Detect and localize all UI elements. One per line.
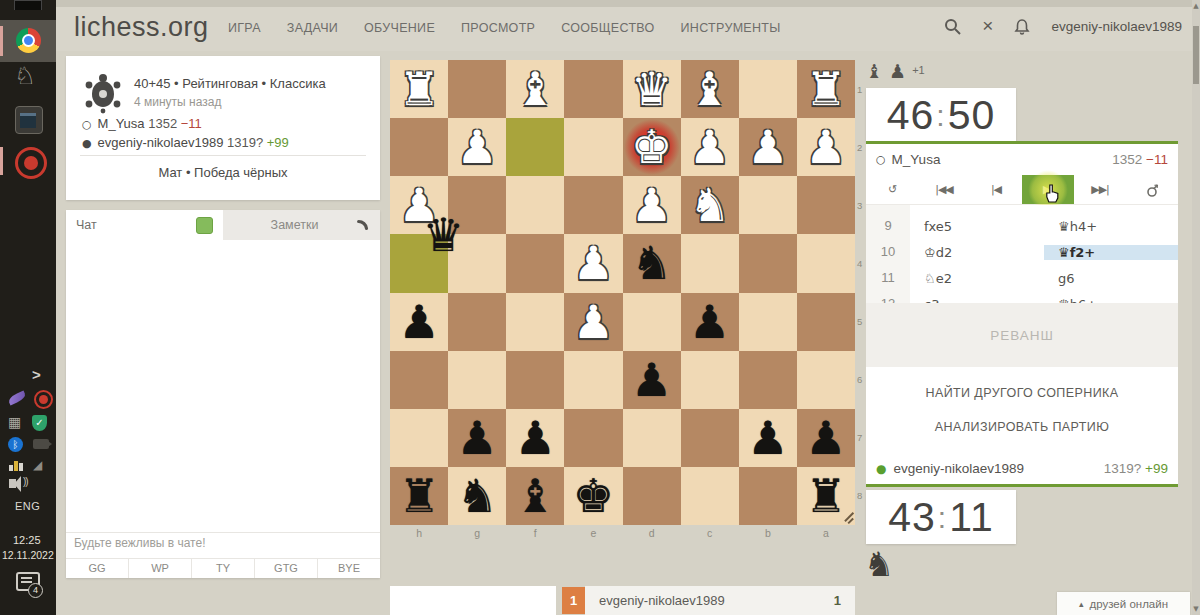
black-piece-e8[interactable]: ♚ (573, 467, 614, 525)
black-move[interactable]: c6 (1044, 205, 1178, 208)
opponent-clock: 46:50 (866, 88, 1016, 142)
flip-board-button[interactable]: ↺ (866, 175, 918, 204)
last-move-button[interactable]: ▶▶| (1074, 175, 1126, 204)
square-b8[interactable] (739, 467, 797, 525)
white-piece-c2[interactable]: ♟ (689, 118, 730, 176)
square-b6[interactable] (739, 351, 797, 409)
white-piece-a2[interactable]: ♟ (805, 118, 846, 176)
tray-expand-icon[interactable]: > (32, 366, 41, 383)
white-piece-g2[interactable]: ♟ (457, 118, 498, 176)
bluetooth-icon[interactable]: ᛒ (8, 437, 23, 452)
square-e4[interactable]: ♟ (564, 234, 622, 292)
black-player-rating: 1319? (227, 135, 263, 150)
black-move[interactable]: ♛h4+ (1044, 219, 1178, 234)
opponent-name[interactable]: M_Yusa (892, 152, 1113, 167)
nav-learn[interactable]: ОБУЧЕНИЕ (364, 21, 435, 35)
square-f6[interactable] (506, 351, 564, 409)
material-score: +1 (912, 64, 925, 76)
file-label-c: c (681, 527, 739, 539)
chess-board[interactable]: ♜♝♛♝♜♟♚♟♟♟♟♟♞♟♞♟♟♟♟♟♟♟♟♜♞♝♚♜ (390, 60, 855, 525)
captured-pawn-icon: ♟ (889, 60, 906, 82)
square-d5[interactable] (623, 293, 681, 351)
move-row: 10 ♔d2 ♛f2+ (866, 239, 1178, 265)
square-e6[interactable] (564, 351, 622, 409)
chrome-icon[interactable] (16, 28, 41, 53)
square-f5[interactable] (506, 293, 564, 351)
black-piece-h5[interactable]: ♟ (398, 293, 439, 351)
square-h2[interactable] (390, 118, 448, 176)
square-a4[interactable] (797, 234, 855, 292)
scroll-down-arrow[interactable]: ▼ (1192, 605, 1200, 613)
square-c5[interactable]: ♟ (681, 293, 739, 351)
file-label-d: d (623, 527, 681, 539)
tab-chat-label: Чат (76, 218, 97, 232)
square-a6[interactable] (797, 351, 855, 409)
classical-turtle-icon (82, 74, 124, 114)
white-move[interactable]: ♗b5+ (910, 205, 1044, 208)
black-piece-a8[interactable]: ♜ (805, 467, 846, 525)
move-list[interactable]: 8 ♗b5+ c6 9 fxe5 ♛h4+ 10 ♔d2 ♛f2+ 11 ♘e2… (866, 205, 1178, 303)
clock-time: 12:25 (13, 534, 41, 546)
page-scrollbar[interactable]: ▲ ▼ (1192, 0, 1200, 615)
black-piece-c5[interactable]: ♟ (689, 293, 730, 351)
knight-icon: ♞ (864, 544, 894, 584)
move-row: 12 c3 ♛b6+ (866, 291, 1178, 303)
square-f4[interactable] (506, 234, 564, 292)
file-label-e: e (564, 527, 622, 539)
black-piece-b7[interactable]: ♟ (747, 409, 788, 467)
square-g6[interactable] (448, 351, 506, 409)
accent-bar (0, 26, 3, 56)
notification-badge: 4 (28, 583, 43, 598)
square-b5[interactable] (739, 293, 797, 351)
game-time-ago: 4 минуты назад (134, 95, 221, 109)
square-f8[interactable]: ♝ (506, 467, 564, 525)
black-player-name[interactable]: evgeniy-nikolaev1989 (98, 135, 224, 150)
captured-bishop-icon: ♝ (866, 60, 883, 82)
white-piece-c1[interactable]: ♝ (689, 60, 730, 118)
top-strip (56, 0, 1200, 7)
square-d1[interactable]: ♛ (623, 60, 681, 118)
square-e2[interactable] (564, 118, 622, 176)
square-b2[interactable]: ♟ (739, 118, 797, 176)
white-piece-b2[interactable]: ♟ (747, 118, 788, 176)
black-piece-g8[interactable]: ♞ (457, 467, 498, 525)
file-label-a: a (797, 527, 855, 539)
white-piece-e4[interactable]: ♟ (573, 234, 614, 292)
move-row: 9 fxe5 ♛h4+ (866, 213, 1178, 239)
white-piece-h1[interactable]: ♜ (398, 60, 439, 118)
nav-play[interactable]: ИГРА (228, 21, 261, 35)
analyze-game-button[interactable]: АНАЛИЗИРОВАТЬ ПАРТИЮ (935, 420, 1109, 434)
file-label-g: g (448, 527, 506, 539)
game-setup-line: 40+45 • Рейтинговая • Классика (134, 76, 326, 91)
white-move[interactable]: fxe5 (910, 219, 1044, 234)
friends-online-bar[interactable]: ▴ друзей онлайн (1057, 592, 1190, 615)
player-clock: 43:11 (866, 490, 1016, 544)
black-piece-f8[interactable]: ♝ (515, 467, 556, 525)
square-c1[interactable]: ♝ (681, 60, 739, 118)
square-d4[interactable]: ♞ (623, 234, 681, 292)
square-f1[interactable]: ♝ (506, 60, 564, 118)
square-a3[interactable] (797, 176, 855, 234)
square-e3[interactable] (564, 176, 622, 234)
nav-tools[interactable]: ИНСТРУМЕНТЫ (681, 21, 781, 35)
square-a1[interactable]: ♜ (797, 60, 855, 118)
followup-actions: НАЙТИ ДРУГОГО СОПЕРНИКА АНАЛИЗИРОВАТЬ ПА… (866, 367, 1178, 453)
square-g7[interactable]: ♟ (448, 409, 506, 467)
move-controls: ↺ |◀◀ |◀ ▶| ▶▶| (866, 175, 1178, 205)
quick-gg-button[interactable]: GG (66, 559, 129, 578)
move-row: 8 ♗b5+ c6 (866, 205, 1178, 213)
site-header: lichess.org ИГРА ЗАДАЧИ ОБУЧЕНИЕ ПРОСМОТ… (56, 7, 1200, 51)
opponent-player-row: ○ M_Yusa 1352 −11 (866, 144, 1178, 175)
next-move-button[interactable]: ▶| (1022, 175, 1074, 204)
square-c3[interactable]: ♞ (681, 176, 739, 234)
chess-board-wrap: ♜♝♛♝♜♟♚♟♟♟♟♟♞♟♞♟♟♟♟♟♟♟♟♜♞♝♚♜ ♛ 12345678 … (390, 60, 855, 525)
square-c6[interactable] (681, 351, 739, 409)
square-g8[interactable]: ♞ (448, 467, 506, 525)
feather-icon[interactable] (7, 391, 27, 406)
game-info-card: 40+45 • Рейтинговая • Классика 4 минуты … (66, 56, 380, 200)
bottom-bar-blank (390, 586, 556, 615)
black-color-icon: ● (82, 137, 92, 150)
square-a7[interactable]: ♟ (797, 409, 855, 467)
white-player-name[interactable]: M_Yusa (98, 116, 145, 131)
challenge-cross-icon[interactable]: × (982, 17, 993, 35)
square-b1[interactable] (739, 60, 797, 118)
online-dot-icon: ● (876, 462, 886, 476)
captured-pieces-tray: ♝ ♟ +1 (866, 60, 925, 82)
black-piece-a7[interactable]: ♟ (805, 409, 846, 467)
black-piece-d4[interactable]: ♞ (631, 234, 672, 292)
new-opponent-button[interactable]: НАЙТИ ДРУГОГО СОПЕРНИКА (926, 386, 1119, 400)
white-player-rating: 1352 (148, 116, 177, 131)
square-c8[interactable] (681, 467, 739, 525)
friends-online-label: друзей онлайн (1090, 598, 1169, 610)
analysis-flask-icon[interactable] (1126, 175, 1178, 204)
square-h7[interactable] (390, 409, 448, 467)
current-move[interactable]: ♛f2+ (1044, 245, 1178, 260)
record-tray-icon[interactable] (34, 390, 53, 409)
quick-bye-button[interactable]: BYE (318, 559, 380, 578)
player-row: ● evgeniy-nikolaev1989 1319? +99 (866, 453, 1178, 484)
animating-black-queen[interactable]: ♛ (414, 206, 472, 264)
clock-date: 12.11.2022 (2, 549, 54, 561)
white-piece-d1[interactable]: ♛ (631, 60, 672, 118)
tab-chat[interactable]: Чат (66, 210, 223, 240)
photos-app-icon[interactable] (15, 106, 43, 134)
black-piece-h8[interactable]: ♜ (398, 467, 439, 525)
player-rating: 1319? (1104, 461, 1142, 476)
square-b4[interactable] (739, 234, 797, 292)
divider (80, 155, 366, 156)
square-e5[interactable]: ♟ (564, 293, 622, 351)
square-g5[interactable] (448, 293, 506, 351)
square-d7[interactable] (623, 409, 681, 467)
square-e7[interactable] (564, 409, 622, 467)
nav-community[interactable]: СООБЩЕСТВО (561, 21, 654, 35)
black-player-line: ●evgeniy-nikolaev1989 1319? +99 (82, 135, 289, 150)
square-a2[interactable]: ♟ (797, 118, 855, 176)
square-c7[interactable] (681, 409, 739, 467)
square-e1[interactable] (564, 60, 622, 118)
phone-icon (356, 218, 370, 232)
bottom-user-strip[interactable]: evgeniy-nikolaev1989 1 (585, 586, 855, 615)
chevron-up-icon: ▴ (1079, 599, 1084, 609)
search-icon[interactable] (944, 18, 961, 35)
nav-puzzles[interactable]: ЗАДАЧИ (287, 21, 338, 35)
prev-move-button[interactable]: |◀ (970, 175, 1022, 204)
notification-count-badge[interactable]: 1 (562, 587, 585, 614)
shield-check-icon[interactable]: ✓ (32, 415, 47, 431)
file-label-h: h (390, 527, 448, 539)
scrollbar-thumb[interactable] (1193, 26, 1199, 84)
chat-panel: Чат Заметки Будьте вежливы в чате! GG WP… (66, 210, 380, 578)
square-c2[interactable]: ♟ (681, 118, 739, 176)
square-h1[interactable]: ♜ (390, 60, 448, 118)
player-name[interactable]: evgeniy-nikolaev1989 (893, 461, 1103, 476)
quick-wp-button[interactable]: WP (129, 559, 192, 578)
language-indicator[interactable]: ENG (15, 500, 40, 512)
white-rating-delta: −11 (181, 116, 202, 131)
black-move[interactable]: g6 (1044, 271, 1178, 286)
accent-line (866, 484, 1178, 487)
white-player-line: ○M_Yusa 1352 −11 (82, 116, 202, 131)
taskbar: ♘ > ▦ ✓ ᛒ ◢ ENG 12:25 12.11.2022 4 (0, 0, 56, 615)
volume-icon[interactable] (9, 479, 16, 488)
network-signal-icon[interactable]: ◢ (33, 458, 42, 472)
square-f7[interactable]: ♟ (506, 409, 564, 467)
black-piece-d6[interactable]: ♟ (631, 351, 672, 409)
square-f2[interactable] (506, 118, 564, 176)
screen-recorder-icon[interactable] (15, 147, 47, 179)
white-color-icon: ○ (82, 118, 92, 131)
move-row: 11 ♘e2 g6 (866, 265, 1178, 291)
bottom-count: 1 (834, 593, 841, 608)
square-h5[interactable]: ♟ (390, 293, 448, 351)
square-b3[interactable] (739, 176, 797, 234)
chat-input[interactable]: Будьте вежливы в чате! (66, 532, 380, 558)
square-c4[interactable] (681, 234, 739, 292)
square-e8[interactable]: ♚ (564, 467, 622, 525)
lichess-logo[interactable]: lichess.org (74, 12, 209, 43)
grid-icon[interactable]: ▦ (8, 414, 21, 430)
player-delta: +99 (1145, 461, 1168, 476)
square-g2[interactable]: ♟ (448, 118, 506, 176)
accent-bar (0, 147, 3, 175)
white-color-icon: ○ (876, 153, 886, 166)
file-label-f: f (506, 527, 564, 539)
file-label-b: b (739, 527, 797, 539)
chat-messages[interactable] (66, 240, 380, 532)
opponent-rating: 1352 (1112, 152, 1142, 167)
chat-quick-buttons: GG WP TY GTG BYE (66, 558, 380, 578)
board-resize-handle[interactable] (843, 513, 854, 524)
bell-icon[interactable] (1014, 18, 1030, 35)
window-icon[interactable] (14, 0, 42, 10)
square-b7[interactable]: ♟ (739, 409, 797, 467)
square-h6[interactable] (390, 351, 448, 409)
bottom-username[interactable]: evgeniy-nikolaev1989 (599, 593, 834, 608)
white-piece-f1[interactable]: ♝ (515, 60, 556, 118)
white-piece-e5[interactable]: ♟ (573, 293, 614, 351)
quick-gtg-button[interactable]: GTG (255, 559, 318, 578)
camera-icon[interactable] (33, 439, 49, 449)
black-rating-delta: +99 (267, 135, 289, 150)
opponent-delta: −11 (1146, 152, 1168, 167)
quick-ty-button[interactable]: TY (192, 559, 255, 578)
game-result-text: Мат • Победа чёрных (66, 165, 380, 180)
square-h8[interactable]: ♜ (390, 467, 448, 525)
square-f3[interactable] (506, 176, 564, 234)
nav-watch[interactable]: ПРОСМОТР (461, 21, 535, 35)
file-labels: hgfedcba (390, 527, 855, 539)
white-piece-d3[interactable]: ♟ (631, 176, 672, 234)
rematch-button[interactable]: РЕВАНШ (990, 328, 1054, 343)
tab-notes-label: Заметки (233, 218, 356, 232)
black-piece-g7[interactable]: ♟ (457, 409, 498, 467)
chess-app-icon[interactable]: ♘ (14, 62, 36, 90)
chat-toggle[interactable] (196, 217, 213, 234)
black-piece-f7[interactable]: ♟ (515, 409, 556, 467)
square-d3[interactable]: ♟ (623, 176, 681, 234)
white-move[interactable]: ♘e2 (910, 271, 1044, 286)
white-piece-d2[interactable]: ♚ (631, 118, 672, 176)
square-d6[interactable]: ♟ (623, 351, 681, 409)
main-nav: ИГРА ЗАДАЧИ ОБУЧЕНИЕ ПРОСМОТР СООБЩЕСТВО… (228, 21, 781, 35)
white-piece-a1[interactable]: ♜ (805, 60, 846, 118)
scroll-up-arrow[interactable]: ▲ (1192, 2, 1200, 10)
username-menu[interactable]: evgeniy-nikolaev1989 (1051, 19, 1182, 34)
hand-cursor-icon (1043, 184, 1061, 204)
square-a5[interactable] (797, 293, 855, 351)
square-d8[interactable] (623, 467, 681, 525)
white-move[interactable]: ♔d2 (910, 245, 1044, 260)
white-piece-c3[interactable]: ♞ (689, 176, 730, 234)
rematch-zone: РЕВАНШ (866, 303, 1178, 367)
stats-icon[interactable] (9, 459, 25, 471)
first-move-button[interactable]: |◀◀ (918, 175, 970, 204)
square-g1[interactable] (448, 60, 506, 118)
square-d2[interactable]: ♚ (623, 118, 681, 176)
tab-notes[interactable]: Заметки (223, 210, 380, 240)
